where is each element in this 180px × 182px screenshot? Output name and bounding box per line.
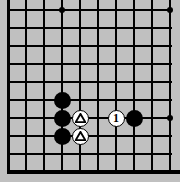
move-number-label: 1 — [113, 112, 119, 124]
grid-vertical-line-H — [133, 0, 135, 172]
black-stone-D4 — [54, 110, 71, 127]
white-stone-E3 — [72, 128, 89, 145]
grid-vertical-line-B — [25, 0, 27, 172]
black-stone-D3 — [54, 128, 71, 145]
grid-horizontal-line-9 — [7, 27, 172, 29]
grid-horizontal-line-8 — [7, 45, 172, 47]
star-point-D10 — [59, 7, 65, 13]
white-stone-G4: 1 — [108, 110, 125, 127]
star-point-K4 — [167, 115, 173, 121]
grid-horizontal-line-3 — [7, 135, 172, 137]
grid-horizontal-line-10 — [7, 9, 172, 11]
grid-horizontal-line-2 — [7, 153, 172, 155]
grid-horizontal-line-5 — [7, 99, 172, 101]
grid-vertical-line-F — [97, 0, 99, 172]
grid-horizontal-line-7 — [7, 63, 172, 65]
black-stone-H4 — [126, 110, 143, 127]
triangle-mark-icon — [75, 113, 86, 123]
triangle-mark-icon — [75, 131, 86, 141]
grid-vertical-line-E — [79, 0, 81, 172]
grid-horizontal-line-6 — [7, 81, 172, 83]
black-stone-D5 — [54, 92, 71, 109]
grid-vertical-line-G — [115, 0, 117, 172]
white-stone-E4 — [72, 110, 89, 127]
board-bottom-edge — [7, 170, 180, 174]
star-point-K10 — [167, 7, 173, 13]
go-board-diagram[interactable]: 1 — [0, 0, 180, 182]
grid-vertical-line-J — [151, 0, 153, 172]
grid-vertical-line-C — [43, 0, 45, 172]
grid-vertical-line-D — [61, 0, 63, 172]
grid-vertical-line-K — [169, 0, 171, 172]
grid-horizontal-line-4 — [7, 117, 172, 119]
